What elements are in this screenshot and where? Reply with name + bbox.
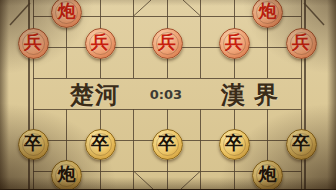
red-soldier-glyph: 兵: [225, 33, 243, 51]
red-soldier-glyph: 兵: [158, 33, 176, 51]
red-soldier-glyph: 兵: [24, 33, 42, 51]
piece-black-soldier[interactable]: 卒: [219, 129, 250, 160]
piece-black-soldier[interactable]: 卒: [18, 129, 49, 160]
piece-black-cannon[interactable]: 炮: [51, 160, 82, 190]
black-cannon-glyph: 炮: [259, 165, 277, 183]
black-cannon-glyph: 炮: [58, 165, 76, 183]
black-soldier-glyph: 卒: [225, 134, 243, 152]
piece-red-soldier[interactable]: 兵: [152, 28, 183, 59]
piece-black-soldier[interactable]: 卒: [286, 129, 317, 160]
river-label-chu-he: 楚河: [70, 82, 120, 108]
piece-black-soldier[interactable]: 卒: [152, 129, 183, 160]
black-soldier-glyph: 卒: [91, 134, 109, 152]
red-cannon-glyph: 炮: [259, 2, 277, 20]
piece-red-cannon[interactable]: 炮: [51, 0, 82, 28]
red-soldier-glyph: 兵: [292, 33, 310, 51]
red-soldier-glyph: 兵: [91, 33, 109, 51]
xiangqi-game-screen: 楚河 0:03 漢界 炮炮兵兵兵兵兵卒卒卒卒卒炮炮: [0, 0, 336, 189]
piece-red-soldier[interactable]: 兵: [18, 28, 49, 59]
red-cannon-glyph: 炮: [58, 2, 76, 20]
piece-red-cannon[interactable]: 炮: [252, 0, 283, 28]
piece-red-soldier[interactable]: 兵: [286, 28, 317, 59]
piece-black-cannon[interactable]: 炮: [252, 160, 283, 190]
move-timer: 0:03: [136, 87, 196, 103]
black-soldier-glyph: 卒: [24, 134, 42, 152]
black-soldier-glyph: 卒: [292, 134, 310, 152]
piece-red-soldier[interactable]: 兵: [85, 28, 116, 59]
black-soldier-glyph: 卒: [158, 134, 176, 152]
river-label-han-jie: 漢界: [221, 82, 287, 108]
piece-black-soldier[interactable]: 卒: [85, 129, 116, 160]
piece-red-soldier[interactable]: 兵: [219, 28, 250, 59]
